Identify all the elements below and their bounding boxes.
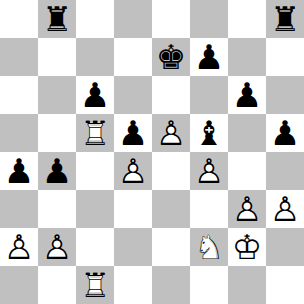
square-b3[interactable] (38, 190, 76, 228)
square-a4[interactable]: ♟ (0, 152, 38, 190)
square-a7[interactable] (0, 38, 38, 76)
square-a1[interactable] (0, 266, 38, 304)
square-c1[interactable]: ♜♖ (76, 266, 114, 304)
black-bishop-icon: ♝ (190, 114, 228, 152)
black-pawn-icon: ♟ (266, 114, 304, 152)
square-d6[interactable] (114, 76, 152, 114)
square-d8[interactable] (114, 0, 152, 38)
black-king-icon: ♚ (152, 38, 190, 76)
square-c6[interactable]: ♟ (76, 76, 114, 114)
white-pawn-icon: ♙ (190, 152, 228, 190)
square-g6[interactable]: ♟ (228, 76, 266, 114)
square-c8[interactable] (76, 0, 114, 38)
square-f7[interactable]: ♟ (190, 38, 228, 76)
square-b8[interactable]: ♜ (38, 0, 76, 38)
square-a8[interactable] (0, 0, 38, 38)
white-pawn-icon: ♙ (228, 190, 266, 228)
square-h5[interactable]: ♟ (266, 114, 304, 152)
square-a5[interactable] (0, 114, 38, 152)
square-f2[interactable]: ♞♘ (190, 228, 228, 266)
square-h4[interactable] (266, 152, 304, 190)
square-f6[interactable] (190, 76, 228, 114)
square-g7[interactable] (228, 38, 266, 76)
square-c4[interactable] (76, 152, 114, 190)
square-b7[interactable] (38, 38, 76, 76)
black-pawn-icon: ♟ (228, 76, 266, 114)
square-b6[interactable] (38, 76, 76, 114)
square-b2[interactable]: ♟♙ (38, 228, 76, 266)
square-d4[interactable]: ♟♙ (114, 152, 152, 190)
square-h7[interactable] (266, 38, 304, 76)
square-e6[interactable] (152, 76, 190, 114)
square-e4[interactable] (152, 152, 190, 190)
square-f3[interactable] (190, 190, 228, 228)
square-f4[interactable]: ♟♙ (190, 152, 228, 190)
square-g8[interactable] (228, 0, 266, 38)
white-pawn-icon: ♙ (152, 114, 190, 152)
square-g1[interactable] (228, 266, 266, 304)
square-a6[interactable] (0, 76, 38, 114)
square-g4[interactable] (228, 152, 266, 190)
square-h3[interactable]: ♟♙ (266, 190, 304, 228)
square-e3[interactable] (152, 190, 190, 228)
square-d2[interactable] (114, 228, 152, 266)
square-c3[interactable] (76, 190, 114, 228)
square-e1[interactable] (152, 266, 190, 304)
square-c7[interactable] (76, 38, 114, 76)
square-h6[interactable] (266, 76, 304, 114)
white-rook-icon: ♖ (76, 114, 114, 152)
square-f1[interactable] (190, 266, 228, 304)
square-c5[interactable]: ♜♖ (76, 114, 114, 152)
white-king-icon: ♔ (228, 228, 266, 266)
black-pawn-icon: ♟ (190, 38, 228, 76)
black-pawn-icon: ♟ (0, 152, 38, 190)
square-h8[interactable]: ♜ (266, 0, 304, 38)
white-pawn-icon: ♙ (38, 228, 76, 266)
white-rook-icon: ♖ (76, 266, 114, 304)
square-g2[interactable]: ♚♔ (228, 228, 266, 266)
square-e5[interactable]: ♟♙ (152, 114, 190, 152)
white-pawn-icon: ♙ (0, 228, 38, 266)
black-pawn-icon: ♟ (114, 114, 152, 152)
square-b1[interactable] (38, 266, 76, 304)
square-e7[interactable]: ♚ (152, 38, 190, 76)
square-a2[interactable]: ♟♙ (0, 228, 38, 266)
black-pawn-icon: ♟ (38, 152, 76, 190)
black-pawn-icon: ♟ (76, 76, 114, 114)
square-d5[interactable]: ♟ (114, 114, 152, 152)
square-f8[interactable] (190, 0, 228, 38)
square-f5[interactable]: ♝ (190, 114, 228, 152)
chess-board: ♜♜♚♟♟♟♜♖♟♟♙♝♟♟♟♟♙♟♙♟♙♟♙♟♙♟♙♞♘♚♔♜♖ (0, 0, 304, 304)
square-g3[interactable]: ♟♙ (228, 190, 266, 228)
square-a3[interactable] (0, 190, 38, 228)
square-d1[interactable] (114, 266, 152, 304)
white-knight-icon: ♘ (190, 228, 228, 266)
white-pawn-icon: ♙ (114, 152, 152, 190)
square-b4[interactable]: ♟ (38, 152, 76, 190)
black-rook-icon: ♜ (38, 0, 76, 38)
square-e8[interactable] (152, 0, 190, 38)
square-e2[interactable] (152, 228, 190, 266)
black-rook-icon: ♜ (266, 0, 304, 38)
square-g5[interactable] (228, 114, 266, 152)
square-c2[interactable] (76, 228, 114, 266)
square-b5[interactable] (38, 114, 76, 152)
square-d7[interactable] (114, 38, 152, 76)
square-h1[interactable] (266, 266, 304, 304)
square-h2[interactable] (266, 228, 304, 266)
square-d3[interactable] (114, 190, 152, 228)
white-pawn-icon: ♙ (266, 190, 304, 228)
